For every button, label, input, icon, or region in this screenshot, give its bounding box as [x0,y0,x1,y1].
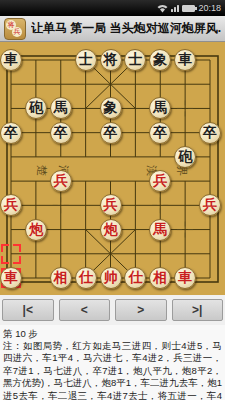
piece-red-7-9[interactable]: 車 [174,267,196,289]
piece-red-1-7[interactable]: 炮 [25,219,47,241]
piece-black-7-4[interactable]: 砲 [174,146,196,168]
page-title: 让单马 第一局 当头炮对巡河炮屏风... [31,20,221,37]
piece-red-3-9[interactable]: 仕 [75,267,97,289]
xiangqi-board[interactable]: 楚 河 漢 界 車士将士象車砲馬象馬卒卒卒卒卒砲兵兵兵兵兵炮炮馬車相仕帅仕相車 [0,42,225,295]
piece-black-8-3[interactable]: 卒 [199,122,221,144]
position-markers [53,100,193,237]
next-move-button[interactable]: > [115,299,167,321]
piece-black-3-0[interactable]: 士 [75,49,97,71]
annotation-text: 注：如图局势，红方如走马三进四，则士4进5，马四进六，车1平4，马六进七，车4进… [3,340,222,400]
prev-move-button[interactable]: < [59,299,111,321]
piece-black-7-0[interactable]: 車 [174,49,196,71]
wifi-icon [157,4,168,13]
status-bar: 20:18 [0,0,225,16]
piece-black-2-3[interactable]: 卒 [50,122,72,144]
river-text-chu: 楚 [34,165,49,176]
status-time: 20:18 [198,0,221,16]
signal-icon [171,4,179,12]
last-move-marker [1,244,21,264]
first-move-button[interactable]: |< [2,299,54,321]
title-bar: 将 兵 让单马 第一局 当头炮对巡河炮屏风... [0,16,225,42]
piece-red-4-9[interactable]: 帅 [100,267,122,289]
app-window: 20:18 将 兵 让单马 第一局 当头炮对巡河炮屏风... [0,0,225,400]
last-move-button[interactable]: >| [172,299,224,321]
step-label: 第 10 步 [3,327,222,340]
piece-black-6-3[interactable]: 卒 [149,122,171,144]
piece-red-4-6[interactable]: 兵 [100,194,122,216]
piece-black-0-0[interactable]: 車 [0,49,22,71]
piece-black-4-3[interactable]: 卒 [100,122,122,144]
piece-black-4-2[interactable]: 象 [100,97,122,119]
piece-red-0-9[interactable]: 車 [0,267,22,289]
piece-black-0-3[interactable]: 卒 [0,122,22,144]
piece-red-4-7[interactable]: 炮 [100,219,122,241]
notes-panel: 第 10 步 注：如图局势，红方如走马三进四，则士4进5，马四进六，车1平4，马… [0,325,225,400]
nav-bar: |< < > >| [0,295,225,325]
piece-red-2-9[interactable]: 相 [50,267,72,289]
piece-red-2-5[interactable]: 兵 [50,170,72,192]
piece-red-6-7[interactable]: 馬 [149,219,171,241]
piece-black-4-0[interactable]: 将 [100,49,122,71]
battery-icon [182,5,195,12]
app-icon: 将 兵 [4,18,26,40]
